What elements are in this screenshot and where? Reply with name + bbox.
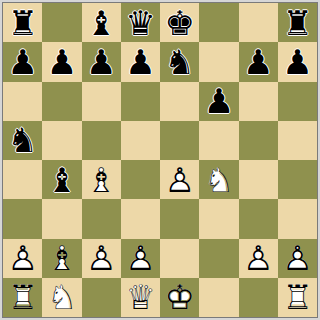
piece-outline-glyph: ♙ [160,160,199,199]
piece-outline-glyph: ♔ [160,278,199,317]
square-e5[interactable] [160,121,199,160]
square-a7[interactable]: ♟ [3,42,42,81]
square-f1[interactable] [199,278,238,317]
square-e4[interactable]: ♟♙ [160,160,199,199]
square-d6[interactable] [121,82,160,121]
black-pawn[interactable]: ♟ [199,82,238,121]
piece-outline-glyph: ♙ [278,239,317,278]
black-pawn[interactable]: ♟ [239,42,278,81]
black-knight[interactable]: ♞ [160,42,199,81]
white-king[interactable]: ♚♔ [160,278,199,317]
white-rook[interactable]: ♜♖ [278,278,317,317]
piece-outline-glyph: ♙ [82,239,121,278]
square-e1[interactable]: ♚♔ [160,278,199,317]
square-f6[interactable]: ♟ [199,82,238,121]
white-bishop[interactable]: ♝♗ [42,239,81,278]
white-pawn[interactable]: ♟♙ [121,239,160,278]
square-c6[interactable] [82,82,121,121]
square-h2[interactable]: ♟♙ [278,239,317,278]
square-h1[interactable]: ♜♖ [278,278,317,317]
white-bishop[interactable]: ♝♗ [82,160,121,199]
square-a6[interactable] [3,82,42,121]
black-bishop[interactable]: ♝ [82,3,121,42]
piece-outline-glyph: ♙ [3,239,42,278]
square-h4[interactable] [278,160,317,199]
square-b3[interactable] [42,199,81,238]
square-e3[interactable] [160,199,199,238]
black-rook[interactable]: ♜ [278,3,317,42]
square-a1[interactable]: ♜♖ [3,278,42,317]
square-d5[interactable] [121,121,160,160]
piece-outline-glyph: ♖ [278,278,317,317]
square-d3[interactable] [121,199,160,238]
chess-board: ♜♝♛♚♜♟♟♟♟♞♟♟♟♞♝♝♗♟♙♞♘♟♙♝♗♟♙♟♙♟♙♟♙♜♖♞♘♛♕♚… [2,2,318,318]
board-frame: ♜♝♛♚♜♟♟♟♟♞♟♟♟♞♝♝♗♟♙♞♘♟♙♝♗♟♙♟♙♟♙♟♙♜♖♞♘♛♕♚… [0,0,320,320]
square-b6[interactable] [42,82,81,121]
square-f2[interactable] [199,239,238,278]
square-e6[interactable] [160,82,199,121]
white-knight[interactable]: ♞♘ [42,278,81,317]
square-c3[interactable] [82,199,121,238]
square-c7[interactable]: ♟ [82,42,121,81]
square-a2[interactable]: ♟♙ [3,239,42,278]
white-knight[interactable]: ♞♘ [199,160,238,199]
square-f5[interactable] [199,121,238,160]
piece-outline-glyph: ♗ [82,160,121,199]
square-d4[interactable] [121,160,160,199]
black-queen[interactable]: ♛ [121,3,160,42]
black-pawn[interactable]: ♟ [121,42,160,81]
square-d7[interactable]: ♟ [121,42,160,81]
square-d1[interactable]: ♛♕ [121,278,160,317]
square-e2[interactable] [160,239,199,278]
piece-outline-glyph: ♙ [121,239,160,278]
black-rook[interactable]: ♜ [3,3,42,42]
white-pawn[interactable]: ♟♙ [278,239,317,278]
black-pawn[interactable]: ♟ [278,42,317,81]
square-a3[interactable] [3,199,42,238]
square-g5[interactable] [239,121,278,160]
piece-outline-glyph: ♗ [42,239,81,278]
square-f3[interactable] [199,199,238,238]
square-c8[interactable]: ♝ [82,3,121,42]
square-h7[interactable]: ♟ [278,42,317,81]
square-b1[interactable]: ♞♘ [42,278,81,317]
square-d2[interactable]: ♟♙ [121,239,160,278]
square-c5[interactable] [82,121,121,160]
square-a8[interactable]: ♜ [3,3,42,42]
white-pawn[interactable]: ♟♙ [239,239,278,278]
black-pawn[interactable]: ♟ [82,42,121,81]
black-king[interactable]: ♚ [160,3,199,42]
square-g8[interactable] [239,3,278,42]
square-f4[interactable]: ♞♘ [199,160,238,199]
square-c2[interactable]: ♟♙ [82,239,121,278]
square-d8[interactable]: ♛ [121,3,160,42]
square-h8[interactable]: ♜ [278,3,317,42]
square-f8[interactable] [199,3,238,42]
black-knight[interactable]: ♞ [3,121,42,160]
square-c4[interactable]: ♝♗ [82,160,121,199]
piece-outline-glyph: ♖ [3,278,42,317]
square-c1[interactable] [82,278,121,317]
white-rook[interactable]: ♜♖ [3,278,42,317]
square-a4[interactable] [3,160,42,199]
black-pawn[interactable]: ♟ [42,42,81,81]
square-b2[interactable]: ♝♗ [42,239,81,278]
square-h5[interactable] [278,121,317,160]
square-b7[interactable]: ♟ [42,42,81,81]
white-pawn[interactable]: ♟♙ [3,239,42,278]
square-g4[interactable] [239,160,278,199]
piece-outline-glyph: ♘ [42,278,81,317]
piece-outline-glyph: ♕ [121,278,160,317]
square-g2[interactable]: ♟♙ [239,239,278,278]
piece-outline-glyph: ♘ [199,160,238,199]
square-b5[interactable] [42,121,81,160]
black-bishop[interactable]: ♝ [42,160,81,199]
square-b8[interactable] [42,3,81,42]
square-b4[interactable]: ♝ [42,160,81,199]
white-pawn[interactable]: ♟♙ [82,239,121,278]
square-f7[interactable] [199,42,238,81]
white-queen[interactable]: ♛♕ [121,278,160,317]
square-g6[interactable] [239,82,278,121]
black-pawn[interactable]: ♟ [3,42,42,81]
square-e8[interactable]: ♚ [160,3,199,42]
square-e7[interactable]: ♞ [160,42,199,81]
piece-outline-glyph: ♙ [239,239,278,278]
square-h3[interactable] [278,199,317,238]
square-g1[interactable] [239,278,278,317]
square-g7[interactable]: ♟ [239,42,278,81]
square-h6[interactable] [278,82,317,121]
square-a5[interactable]: ♞ [3,121,42,160]
square-g3[interactable] [239,199,278,238]
white-pawn[interactable]: ♟♙ [160,160,199,199]
